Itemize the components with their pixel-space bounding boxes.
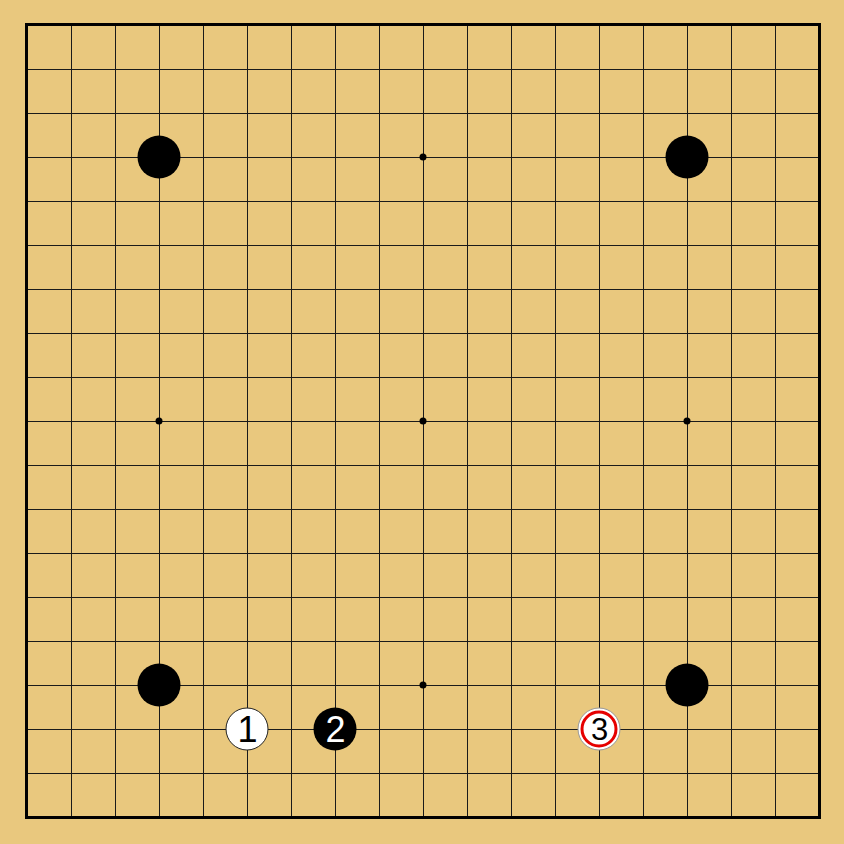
- grid-cell: [555, 465, 599, 509]
- grid-cell: [27, 113, 71, 157]
- grid-cell: [71, 465, 115, 509]
- grid-cell: [643, 773, 687, 817]
- grid-cell: [467, 553, 511, 597]
- grid-cell: [379, 553, 423, 597]
- grid-cell: [423, 69, 467, 113]
- grid-cell: [247, 773, 291, 817]
- grid-cell: [731, 333, 775, 377]
- grid-cell: [775, 333, 819, 377]
- grid-cell: [71, 685, 115, 729]
- grid-cell: [511, 157, 555, 201]
- grid-cell: [775, 685, 819, 729]
- grid-cell: [291, 245, 335, 289]
- grid-cell: [467, 201, 511, 245]
- grid-cell: [379, 597, 423, 641]
- grid-cell: [467, 157, 511, 201]
- grid-cell: [731, 69, 775, 113]
- grid-cell: [159, 597, 203, 641]
- grid-cell: [247, 69, 291, 113]
- grid-cell: [27, 333, 71, 377]
- grid-cell: [203, 509, 247, 553]
- grid-cell: [27, 553, 71, 597]
- grid-cell: [467, 245, 511, 289]
- grid-cell: [511, 729, 555, 773]
- grid-cell: [775, 421, 819, 465]
- grid-cell: [291, 465, 335, 509]
- grid-cell: [27, 201, 71, 245]
- grid-cell: [335, 25, 379, 69]
- grid-cell: [115, 333, 159, 377]
- move-number-label: 3: [591, 714, 607, 745]
- grid-cell: [291, 597, 335, 641]
- grid-cell: [291, 773, 335, 817]
- grid-cell: [643, 377, 687, 421]
- grid-cell: [687, 245, 731, 289]
- move-stone-1: 1: [226, 708, 269, 751]
- grid-cell: [511, 421, 555, 465]
- grid-cell: [731, 685, 775, 729]
- grid-cell: [555, 69, 599, 113]
- grid-cell: [775, 509, 819, 553]
- grid-cell: [423, 245, 467, 289]
- grid-cell: [467, 377, 511, 421]
- grid-cell: [511, 773, 555, 817]
- grid-cell: [731, 25, 775, 69]
- grid-cell: [335, 333, 379, 377]
- grid-cell: [687, 597, 731, 641]
- grid-cell: [731, 729, 775, 773]
- grid-cell: [115, 25, 159, 69]
- grid-cell: [555, 333, 599, 377]
- grid-cell: [643, 729, 687, 773]
- grid-cell: [247, 157, 291, 201]
- grid-cell: [71, 421, 115, 465]
- grid-cell: [423, 553, 467, 597]
- grid-cell: [599, 245, 643, 289]
- grid-cell: [335, 597, 379, 641]
- grid-cell: [115, 69, 159, 113]
- grid-cell: [599, 597, 643, 641]
- grid-cell: [335, 201, 379, 245]
- grid-cell: [27, 729, 71, 773]
- grid-cell: [555, 377, 599, 421]
- grid-cell: [467, 289, 511, 333]
- grid-cell: [247, 201, 291, 245]
- grid-cell: [599, 333, 643, 377]
- grid-cell: [555, 597, 599, 641]
- grid-cell: [291, 25, 335, 69]
- grid-cell: [71, 25, 115, 69]
- grid-cell: [335, 641, 379, 685]
- grid-cell: [27, 245, 71, 289]
- grid-cell: [27, 509, 71, 553]
- grid-cell: [379, 157, 423, 201]
- grid-cell: [423, 641, 467, 685]
- grid-cell: [423, 773, 467, 817]
- grid-cell: [731, 773, 775, 817]
- grid-cell: [687, 69, 731, 113]
- grid-cell: [247, 25, 291, 69]
- grid-cell: [247, 641, 291, 685]
- grid-cell: [203, 289, 247, 333]
- grid-cell: [599, 289, 643, 333]
- grid-cell: [159, 509, 203, 553]
- grid-cell: [71, 245, 115, 289]
- grid-cell: [291, 201, 335, 245]
- grid-cell: [423, 729, 467, 773]
- grid-cell: [335, 157, 379, 201]
- grid-cell: [555, 289, 599, 333]
- grid-cell: [115, 201, 159, 245]
- grid-cell: [291, 377, 335, 421]
- grid-cell: [599, 509, 643, 553]
- grid-cell: [775, 113, 819, 157]
- grid-cell: [467, 465, 511, 509]
- grid-cell: [291, 641, 335, 685]
- grid-cell: [775, 289, 819, 333]
- grid-cell: [731, 597, 775, 641]
- grid-cell: [731, 113, 775, 157]
- grid-cell: [775, 69, 819, 113]
- grid-cell: [555, 245, 599, 289]
- grid-cell: [511, 597, 555, 641]
- grid-cell: [599, 69, 643, 113]
- move-stone-3: 3: [578, 708, 621, 751]
- grid-cell: [423, 201, 467, 245]
- grid-cell: [159, 773, 203, 817]
- grid-cell: [599, 421, 643, 465]
- grid-cell: [687, 553, 731, 597]
- grid-cell: [71, 729, 115, 773]
- grid-cell: [511, 69, 555, 113]
- grid-cell: [775, 465, 819, 509]
- grid-cell: [203, 465, 247, 509]
- grid-cell: [423, 685, 467, 729]
- grid-cell: [247, 465, 291, 509]
- grid-cell: [335, 465, 379, 509]
- grid-cell: [731, 289, 775, 333]
- grid-cell: [467, 641, 511, 685]
- grid-cell: [643, 421, 687, 465]
- grid-cell: [775, 201, 819, 245]
- grid-cell: [247, 377, 291, 421]
- grid-cell: [291, 157, 335, 201]
- grid-cell: [511, 685, 555, 729]
- grid-cell: [27, 597, 71, 641]
- grid-cell: [731, 465, 775, 509]
- grid-cell: [775, 597, 819, 641]
- grid-cell: [159, 333, 203, 377]
- grid-cell: [379, 421, 423, 465]
- grid-cell: [159, 553, 203, 597]
- grid-cell: [159, 201, 203, 245]
- grid-cell: [203, 69, 247, 113]
- grid-cell: [511, 509, 555, 553]
- grid-cell: [379, 641, 423, 685]
- grid-cell: [379, 509, 423, 553]
- grid-cell: [731, 201, 775, 245]
- grid-cell: [467, 729, 511, 773]
- grid-cell: [731, 377, 775, 421]
- grid-cell: [555, 641, 599, 685]
- grid-cell: [687, 509, 731, 553]
- grid-cell: [511, 465, 555, 509]
- grid-cell: [115, 773, 159, 817]
- grid-cell: [159, 69, 203, 113]
- grid-cell: [511, 553, 555, 597]
- grid-cell: [687, 729, 731, 773]
- grid-cell: [71, 553, 115, 597]
- grid-cell: [731, 641, 775, 685]
- grid-cell: [203, 421, 247, 465]
- grid-cell: [335, 509, 379, 553]
- grid-cell: [379, 773, 423, 817]
- grid-cell: [511, 641, 555, 685]
- grid-cell: [335, 245, 379, 289]
- grid-cell: [467, 773, 511, 817]
- black-stone: [138, 664, 181, 707]
- grid-cell: [335, 69, 379, 113]
- grid-cell: [687, 25, 731, 69]
- grid-cell: [555, 157, 599, 201]
- grid-cell: [643, 597, 687, 641]
- black-stone: [666, 136, 709, 179]
- grid-cell: [335, 773, 379, 817]
- grid-cell: [203, 377, 247, 421]
- grid-cell: [27, 465, 71, 509]
- grid-cell: [731, 421, 775, 465]
- grid-cell: [687, 773, 731, 817]
- grid-cell: [247, 113, 291, 157]
- grid-cell: [247, 421, 291, 465]
- grid-cell: [599, 553, 643, 597]
- grid-cell: [71, 641, 115, 685]
- grid-cell: [467, 333, 511, 377]
- grid-cell: [775, 729, 819, 773]
- grid-cell: [599, 377, 643, 421]
- grid-cell: [159, 421, 203, 465]
- grid-cell: [27, 289, 71, 333]
- grid-cell: [467, 69, 511, 113]
- grid-cell: [115, 289, 159, 333]
- grid-cell: [379, 25, 423, 69]
- grid-cell: [511, 289, 555, 333]
- grid-cell: [423, 113, 467, 157]
- grid-cell: [687, 289, 731, 333]
- grid-cell: [643, 245, 687, 289]
- grid-cell: [71, 509, 115, 553]
- grid-cell: [203, 157, 247, 201]
- grid-cell: [599, 465, 643, 509]
- grid-cell: [599, 113, 643, 157]
- grid-cell: [599, 201, 643, 245]
- grid-cell: [335, 553, 379, 597]
- grid-cell: [511, 113, 555, 157]
- grid-cell: [247, 553, 291, 597]
- grid-cell: [643, 289, 687, 333]
- grid-cell: [423, 421, 467, 465]
- grid-cell: [379, 377, 423, 421]
- grid-cell: [115, 377, 159, 421]
- grid-cell: [71, 289, 115, 333]
- grid-cell: [555, 25, 599, 69]
- grid-cell: [687, 377, 731, 421]
- grid-cell: [27, 773, 71, 817]
- grid-cell: [775, 245, 819, 289]
- grid-cell: [379, 201, 423, 245]
- grid-cell: [291, 289, 335, 333]
- grid-cell: [555, 773, 599, 817]
- grid-cell: [643, 553, 687, 597]
- go-board[interactable]: 123: [0, 0, 844, 844]
- grid-cell: [247, 245, 291, 289]
- grid-cell: [687, 465, 731, 509]
- grid-cell: [511, 25, 555, 69]
- black-stone: [666, 664, 709, 707]
- grid-cell: [115, 421, 159, 465]
- grid-cell: [115, 509, 159, 553]
- grid-cell: [335, 113, 379, 157]
- grid-cell: [27, 69, 71, 113]
- grid-cell: [599, 641, 643, 685]
- grid-cell: [423, 25, 467, 69]
- grid-cell: [643, 333, 687, 377]
- grid-cell: [467, 509, 511, 553]
- grid-cell: [775, 553, 819, 597]
- grid-cell: [687, 421, 731, 465]
- grid-cell: [775, 773, 819, 817]
- grid-cell: [159, 377, 203, 421]
- grid-cell: [159, 245, 203, 289]
- grid-cell: [511, 377, 555, 421]
- grid-cell: [555, 509, 599, 553]
- grid-cell: [643, 25, 687, 69]
- grid-cell: [775, 641, 819, 685]
- grid-cell: [159, 25, 203, 69]
- grid-cell: [247, 509, 291, 553]
- grid-cell: [599, 25, 643, 69]
- grid-cell: [291, 113, 335, 157]
- grid-cell: [467, 421, 511, 465]
- grid-cell: [467, 25, 511, 69]
- black-stone: [138, 136, 181, 179]
- grid-cell: [511, 245, 555, 289]
- grid-cell: [775, 157, 819, 201]
- grid-cell: [775, 25, 819, 69]
- grid-cell: [379, 333, 423, 377]
- grid-cell: [423, 157, 467, 201]
- grid-cell: [27, 685, 71, 729]
- grid-cell: [203, 25, 247, 69]
- grid-cell: [115, 465, 159, 509]
- grid-cell: [335, 421, 379, 465]
- grid-cell: [379, 729, 423, 773]
- grid-cell: [643, 465, 687, 509]
- grid-cell: [291, 509, 335, 553]
- grid-cell: [71, 597, 115, 641]
- grid-cell: [643, 509, 687, 553]
- grid-cell: [203, 245, 247, 289]
- grid-cell: [379, 245, 423, 289]
- grid-cell: [115, 597, 159, 641]
- grid-cell: [643, 69, 687, 113]
- grid-cell: [203, 597, 247, 641]
- grid-cell: [335, 289, 379, 333]
- grid-cell: [731, 245, 775, 289]
- grid-cell: [291, 333, 335, 377]
- grid-cell: [247, 597, 291, 641]
- grid-cell: [379, 69, 423, 113]
- grid-cell: [379, 289, 423, 333]
- grid-cell: [291, 553, 335, 597]
- grid-cell: [71, 377, 115, 421]
- grid-cell: [423, 333, 467, 377]
- grid-cell: [71, 773, 115, 817]
- grid-cell: [687, 333, 731, 377]
- grid-cell: [203, 641, 247, 685]
- grid-cell: [27, 25, 71, 69]
- grid-cell: [731, 553, 775, 597]
- grid-cell: [511, 201, 555, 245]
- grid-cell: [71, 333, 115, 377]
- grid-cell: [599, 773, 643, 817]
- grid-cell: [731, 509, 775, 553]
- grid-cell: [203, 773, 247, 817]
- grid-cell: [27, 157, 71, 201]
- grid-cell: [71, 157, 115, 201]
- grid-cell: [423, 377, 467, 421]
- move-number-label: 1: [237, 711, 256, 747]
- grid-cell: [335, 377, 379, 421]
- grid-cell: [687, 201, 731, 245]
- grid-cell: [599, 157, 643, 201]
- grid-cell: [159, 729, 203, 773]
- grid-cell: [115, 245, 159, 289]
- grid-cell: [203, 201, 247, 245]
- grid-cell: [115, 553, 159, 597]
- grid-cell: [467, 597, 511, 641]
- grid-cell: [159, 465, 203, 509]
- grid-cell: [555, 113, 599, 157]
- grid-cell: [291, 69, 335, 113]
- grid-cell: [247, 333, 291, 377]
- grid-cell: [555, 421, 599, 465]
- grid-cell: [71, 201, 115, 245]
- grid-cell: [379, 465, 423, 509]
- grid-cell: [467, 685, 511, 729]
- grid-cell: [159, 289, 203, 333]
- grid-cell: [555, 553, 599, 597]
- grid-cell: [379, 113, 423, 157]
- grid-cell: [423, 509, 467, 553]
- grid-cell: [423, 289, 467, 333]
- grid-cell: [555, 201, 599, 245]
- grid-cell: [643, 201, 687, 245]
- grid-cell: [71, 113, 115, 157]
- grid-cell: [423, 465, 467, 509]
- grid-cell: [203, 113, 247, 157]
- grid-cell: [203, 553, 247, 597]
- grid-cell: [27, 641, 71, 685]
- grid-cell: [115, 729, 159, 773]
- grid-cell: [423, 597, 467, 641]
- grid-cell: [71, 69, 115, 113]
- grid-cell: [775, 377, 819, 421]
- move-number-label: 2: [325, 711, 344, 747]
- grid-cell: [27, 421, 71, 465]
- grid-cell: [731, 157, 775, 201]
- grid-cell: [203, 333, 247, 377]
